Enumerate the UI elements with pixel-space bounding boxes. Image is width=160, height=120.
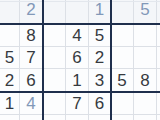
cell-r6c2[interactable]: 2	[0, 69, 20, 92]
cell-r5c2[interactable]: 5	[0, 47, 20, 69]
cell-r6c3[interactable]: 6	[20, 69, 43, 92]
cell-r6c5[interactable]: 1	[66, 69, 89, 92]
cell-r4c3[interactable]: 8	[20, 24, 43, 47]
cell-r7c2[interactable]: 1	[0, 92, 20, 115]
digit-given: 6	[95, 94, 104, 113]
digit-given: 2	[5, 71, 14, 90]
digit-given: 5	[117, 71, 126, 90]
cell-r3c6[interactable]: 1	[89, 0, 111, 24]
cell-r6c4[interactable]	[43, 69, 66, 92]
digit-given: 3	[95, 71, 104, 90]
block-divider-horizontal-top	[0, 23, 160, 25]
cell-r8c6[interactable]	[89, 115, 111, 120]
cell-r3c4[interactable]	[43, 0, 66, 24]
cell-r3c3[interactable]: 2	[20, 0, 43, 24]
cell-r5c5[interactable]: 6	[66, 47, 89, 69]
cell-r3c9[interactable]	[157, 0, 160, 24]
cell-r4c2[interactable]	[0, 24, 20, 47]
cell-r6c6[interactable]: 3	[89, 69, 111, 92]
cell-r3c8[interactable]: 5	[134, 0, 157, 24]
cell-r7c9[interactable]	[157, 92, 160, 115]
digit-entered: 2	[26, 0, 35, 19]
digit-given: 8	[140, 71, 149, 90]
cell-r4c6[interactable]: 5	[89, 24, 111, 47]
cell-r7c5[interactable]: 7	[66, 92, 89, 115]
cell-r8c5[interactable]	[66, 115, 89, 120]
cell-r5c8[interactable]	[134, 47, 157, 69]
digit-given: 7	[72, 94, 81, 113]
sudoku-board: 21584557622613581476	[0, 0, 160, 120]
digit-given: 6	[72, 48, 81, 67]
block-divider-horizontal-bottom	[0, 91, 160, 93]
cell-r4c4[interactable]	[43, 24, 66, 47]
cell-r8c2[interactable]	[0, 115, 20, 120]
cell-r5c6[interactable]: 2	[89, 47, 111, 69]
digit-given: 6	[26, 71, 35, 90]
cell-r3c7[interactable]	[111, 0, 134, 24]
cell-r5c7[interactable]	[111, 47, 134, 69]
digit-given: 7	[26, 48, 35, 67]
cell-r4c7[interactable]	[111, 24, 134, 47]
thin-grid-line-top	[0, 1, 160, 2]
digit-given: 5	[95, 26, 104, 45]
block-divider-vertical-right	[110, 0, 112, 120]
digit-given: 8	[26, 26, 35, 45]
cell-r7c6[interactable]: 6	[89, 92, 111, 115]
cell-r4c8[interactable]	[134, 24, 157, 47]
cell-r6c9[interactable]	[157, 69, 160, 92]
cell-r6c7[interactable]: 5	[111, 69, 134, 92]
cell-r3c5[interactable]	[66, 0, 89, 24]
cell-r8c8[interactable]	[134, 115, 157, 120]
cell-r5c9[interactable]	[157, 47, 160, 69]
digit-given: 4	[72, 26, 81, 45]
digit-given: 1	[72, 71, 81, 90]
cell-r5c3[interactable]: 7	[20, 47, 43, 69]
cell-r7c8[interactable]	[134, 92, 157, 115]
cell-r7c3[interactable]: 4	[20, 92, 43, 115]
cell-r4c9[interactable]	[157, 24, 160, 47]
cell-r6c8[interactable]: 8	[134, 69, 157, 92]
cell-r7c7[interactable]	[111, 92, 134, 115]
digit-entered: 1	[95, 0, 104, 19]
cell-r4c5[interactable]: 4	[66, 24, 89, 47]
cell-r8c4[interactable]	[43, 115, 66, 120]
digit-given: 5	[5, 48, 14, 67]
cell-r7c4[interactable]	[43, 92, 66, 115]
digit-given: 1	[5, 94, 14, 113]
block-divider-vertical-left	[42, 0, 44, 120]
digit-entered: 4	[26, 94, 35, 113]
cell-r8c7[interactable]	[111, 115, 134, 120]
digit-given: 2	[95, 48, 104, 67]
digit-entered: 5	[140, 0, 149, 19]
cell-r8c9[interactable]	[157, 115, 160, 120]
sudoku-grid: 21584557622613581476	[0, 0, 160, 120]
cell-r5c4[interactable]	[43, 47, 66, 69]
cell-r8c3[interactable]	[20, 115, 43, 120]
cell-r3c2[interactable]	[0, 0, 20, 24]
